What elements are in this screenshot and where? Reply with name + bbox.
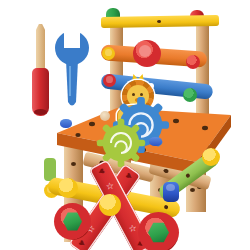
green-hex-nut	[63, 212, 82, 231]
toy-chair-photo: ♥☆☆♥ ♥☆☆♥	[0, 0, 250, 250]
wheel-right	[138, 212, 179, 250]
yellow-knob-left	[58, 178, 78, 198]
blue-peg-seat-left	[60, 119, 72, 128]
blue-peg-seat-front	[149, 137, 162, 146]
blue-bolt	[163, 182, 179, 202]
wheel-left	[54, 203, 91, 240]
green-hex-nut	[148, 222, 169, 243]
yellow-knob-center	[99, 194, 121, 216]
wood-ball-knob	[100, 111, 110, 121]
yellow-knob-right	[202, 148, 220, 166]
